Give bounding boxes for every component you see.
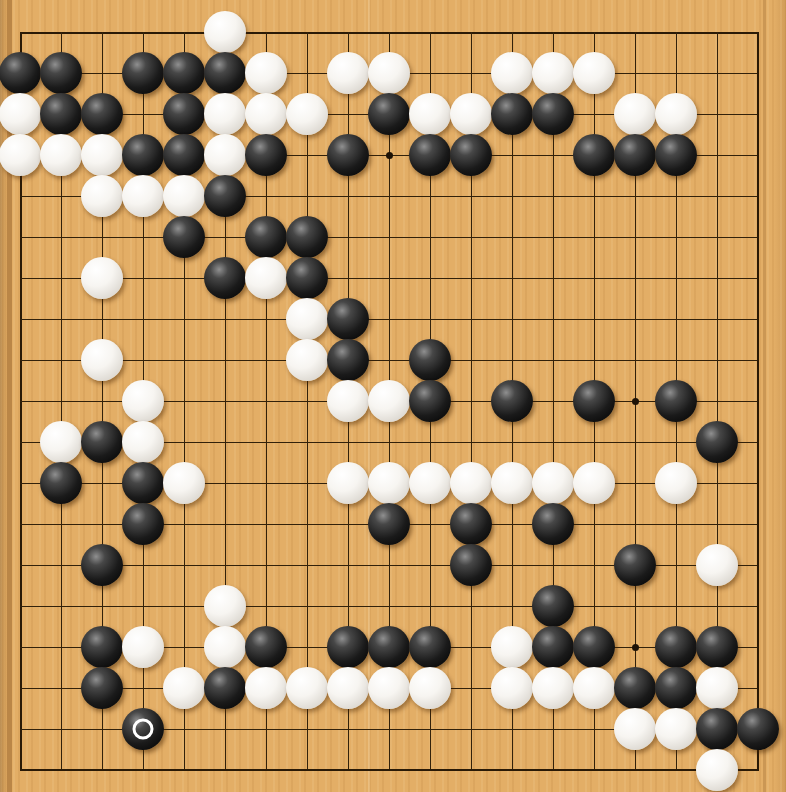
stone-black	[163, 134, 205, 176]
stone-white	[81, 175, 123, 217]
stone-black	[655, 380, 697, 422]
stone-black	[204, 52, 246, 94]
stone-white	[368, 52, 410, 94]
stone-white	[491, 52, 533, 94]
stone-black	[245, 626, 287, 668]
stone-black	[81, 626, 123, 668]
grid-line-h	[20, 769, 759, 771]
board-grid[interactable]	[20, 32, 759, 771]
stone-black	[368, 93, 410, 135]
stone-black	[40, 462, 82, 504]
grid-line-v	[757, 32, 759, 771]
stone-white	[122, 421, 164, 463]
stone-black	[122, 52, 164, 94]
stone-black	[614, 544, 656, 586]
stone-white	[286, 298, 328, 340]
stone-black	[286, 257, 328, 299]
stone-black	[655, 626, 697, 668]
stone-white	[163, 462, 205, 504]
stone-white	[327, 462, 369, 504]
stone-black	[409, 339, 451, 381]
stone-black	[655, 667, 697, 709]
stone-black	[40, 93, 82, 135]
stone-white	[655, 462, 697, 504]
stone-white	[614, 708, 656, 750]
stone-black	[532, 626, 574, 668]
stone-black	[327, 298, 369, 340]
stone-white	[491, 462, 533, 504]
stone-white	[204, 585, 246, 627]
stone-black	[573, 134, 615, 176]
stone-black	[163, 52, 205, 94]
stone-black	[327, 339, 369, 381]
stone-white	[450, 93, 492, 135]
stone-white	[696, 544, 738, 586]
stone-black	[532, 93, 574, 135]
stone-white	[368, 380, 410, 422]
stone-black	[696, 708, 738, 750]
stone-white	[81, 339, 123, 381]
stone-black	[409, 134, 451, 176]
stone-white	[696, 749, 738, 791]
stone-black	[409, 380, 451, 422]
stone-white	[696, 667, 738, 709]
stone-white	[245, 667, 287, 709]
stone-black	[409, 626, 451, 668]
stone-black	[40, 52, 82, 94]
stone-white	[573, 667, 615, 709]
star-point	[632, 644, 639, 651]
stone-white	[573, 52, 615, 94]
stone-black	[573, 380, 615, 422]
stone-white	[122, 380, 164, 422]
last-move-marker	[133, 719, 154, 740]
grid-line-h	[20, 606, 759, 607]
stone-black	[614, 134, 656, 176]
stone-white	[204, 11, 246, 53]
stone-black	[327, 626, 369, 668]
stone-black	[0, 52, 41, 94]
stone-white	[532, 52, 574, 94]
stone-white	[81, 134, 123, 176]
stone-black	[532, 585, 574, 627]
star-point	[632, 398, 639, 405]
stone-black	[573, 626, 615, 668]
stone-white	[655, 708, 697, 750]
stone-black	[163, 93, 205, 135]
stone-white	[81, 257, 123, 299]
stone-black	[696, 626, 738, 668]
stone-white	[0, 134, 41, 176]
stone-white	[204, 134, 246, 176]
stone-white	[491, 667, 533, 709]
stone-black	[122, 503, 164, 545]
stone-white	[573, 462, 615, 504]
stone-black	[81, 93, 123, 135]
stone-black	[491, 380, 533, 422]
stone-white	[532, 667, 574, 709]
stone-black	[450, 134, 492, 176]
stone-black	[737, 708, 779, 750]
stone-white	[409, 667, 451, 709]
stone-white	[245, 93, 287, 135]
stone-white	[614, 93, 656, 135]
stone-black	[204, 175, 246, 217]
stone-white	[204, 93, 246, 135]
stone-white	[40, 134, 82, 176]
stone-black	[204, 257, 246, 299]
star-point	[386, 152, 393, 159]
stone-black	[245, 134, 287, 176]
stone-black	[450, 544, 492, 586]
stone-black	[81, 544, 123, 586]
stone-white	[327, 52, 369, 94]
stone-white	[163, 667, 205, 709]
go-board	[0, 0, 786, 792]
stone-black	[450, 503, 492, 545]
stone-white	[409, 93, 451, 135]
stone-black	[532, 503, 574, 545]
stone-white	[286, 667, 328, 709]
stone-black	[122, 708, 164, 750]
stone-white	[327, 380, 369, 422]
stone-black	[286, 216, 328, 258]
stone-black	[327, 134, 369, 176]
stone-black	[163, 216, 205, 258]
stone-white	[450, 462, 492, 504]
stone-black	[655, 134, 697, 176]
stone-white	[655, 93, 697, 135]
stone-black	[368, 626, 410, 668]
stone-white	[40, 421, 82, 463]
stone-white	[245, 52, 287, 94]
stone-white	[327, 667, 369, 709]
stone-black	[81, 667, 123, 709]
stone-white	[286, 93, 328, 135]
stone-white	[0, 93, 41, 135]
stone-white	[245, 257, 287, 299]
stone-black	[368, 503, 410, 545]
stone-black	[614, 667, 656, 709]
stone-black	[81, 421, 123, 463]
stone-black	[245, 216, 287, 258]
stone-white	[286, 339, 328, 381]
stone-black	[696, 421, 738, 463]
wood-grain-streak	[763, 0, 766, 792]
stone-white	[122, 626, 164, 668]
stone-black	[204, 667, 246, 709]
stone-black	[491, 93, 533, 135]
stone-white	[122, 175, 164, 217]
stone-white	[204, 626, 246, 668]
stone-white	[368, 667, 410, 709]
stone-white	[532, 462, 574, 504]
stone-black	[122, 462, 164, 504]
stone-white	[409, 462, 451, 504]
stone-black	[122, 134, 164, 176]
stone-white	[163, 175, 205, 217]
stone-white	[491, 626, 533, 668]
stone-white	[368, 462, 410, 504]
